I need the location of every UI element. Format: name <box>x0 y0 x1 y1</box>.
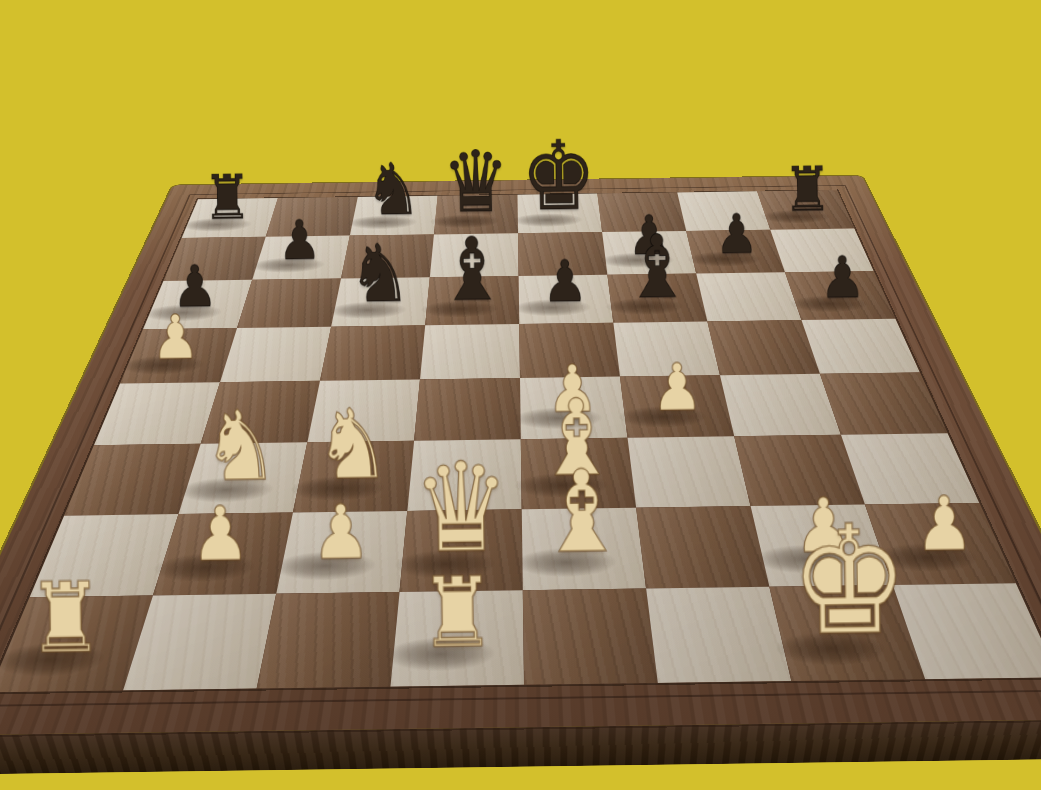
black-bishop-glyph: ♝ <box>437 228 507 312</box>
white-pawn-glyph: ♟ <box>651 357 703 419</box>
white-rook-glyph: ♜ <box>419 565 497 658</box>
white-pawn-glyph: ♟ <box>151 309 200 368</box>
piece-black-knight-c6[interactable]: ♞ <box>331 277 430 326</box>
white-king-glyph: ♚ <box>789 509 909 653</box>
square-g4[interactable] <box>720 374 841 436</box>
white-pawn-glyph: ♟ <box>914 489 974 561</box>
black-pawn-glyph: ♟ <box>542 255 588 310</box>
black-pawn-glyph: ♟ <box>715 209 758 261</box>
piece-black-pawn-b7[interactable]: ♟ <box>252 236 350 280</box>
chess-board: ♜♞♛♚♜♟♟♟♟♞♝♟♝♟♟♟♟♞♞♝♟♟♛♝♟♟♜♜♚ <box>0 176 1041 736</box>
piece-white-king-g1[interactable]: ♚ <box>769 585 925 681</box>
square-h4[interactable] <box>820 372 948 434</box>
piece-black-rook-h8[interactable]: ♜ <box>757 190 854 229</box>
black-rook-glyph: ♜ <box>203 168 252 227</box>
piece-black-bishop-f6[interactable]: ♝ <box>607 274 707 323</box>
square-b1[interactable] <box>123 594 276 691</box>
square-e1[interactable] <box>523 589 658 685</box>
white-knight-glyph: ♞ <box>314 399 391 492</box>
black-rook-glyph: ♜ <box>783 159 832 218</box>
black-queen-glyph: ♛ <box>442 142 510 223</box>
square-c1[interactable] <box>257 592 400 689</box>
white-queen-glyph: ♛ <box>412 450 511 568</box>
black-bishop-glyph: ♝ <box>622 225 692 309</box>
square-f2[interactable] <box>636 506 769 588</box>
piece-black-pawn-h6[interactable]: ♟ <box>785 271 895 320</box>
black-pawn-glyph: ♟ <box>820 251 866 306</box>
white-knight-glyph: ♞ <box>202 400 279 493</box>
white-pawn-glyph: ♟ <box>190 499 250 571</box>
piece-black-bishop-d6[interactable]: ♝ <box>425 276 519 325</box>
square-b6[interactable] <box>237 279 341 328</box>
piece-black-king-e8[interactable]: ♚ <box>518 194 603 234</box>
board-front-edge <box>0 719 1041 775</box>
square-h5[interactable] <box>801 319 919 374</box>
black-knight-glyph: ♞ <box>365 156 422 224</box>
square-b5[interactable] <box>220 327 331 383</box>
piece-black-pawn-g7[interactable]: ♟ <box>686 230 785 274</box>
square-d4[interactable] <box>414 378 521 441</box>
black-king-glyph: ♚ <box>520 130 596 222</box>
square-f3[interactable] <box>628 436 751 507</box>
black-knight-glyph: ♞ <box>348 236 412 312</box>
square-g5[interactable] <box>707 320 820 375</box>
white-rook-glyph: ♜ <box>27 571 105 664</box>
scene-background: ♜♞♛♚♜♟♟♟♟♞♝♟♝♟♟♟♟♞♞♝♟♟♛♝♟♟♜♜♚ <box>0 0 1041 790</box>
white-bishop-glyph: ♝ <box>537 457 628 566</box>
white-pawn-glyph: ♟ <box>311 497 371 569</box>
square-d5[interactable] <box>420 324 520 379</box>
square-c5[interactable] <box>320 325 425 380</box>
piece-black-rook-a8[interactable]: ♜ <box>182 198 278 238</box>
black-pawn-glyph: ♟ <box>278 215 321 267</box>
